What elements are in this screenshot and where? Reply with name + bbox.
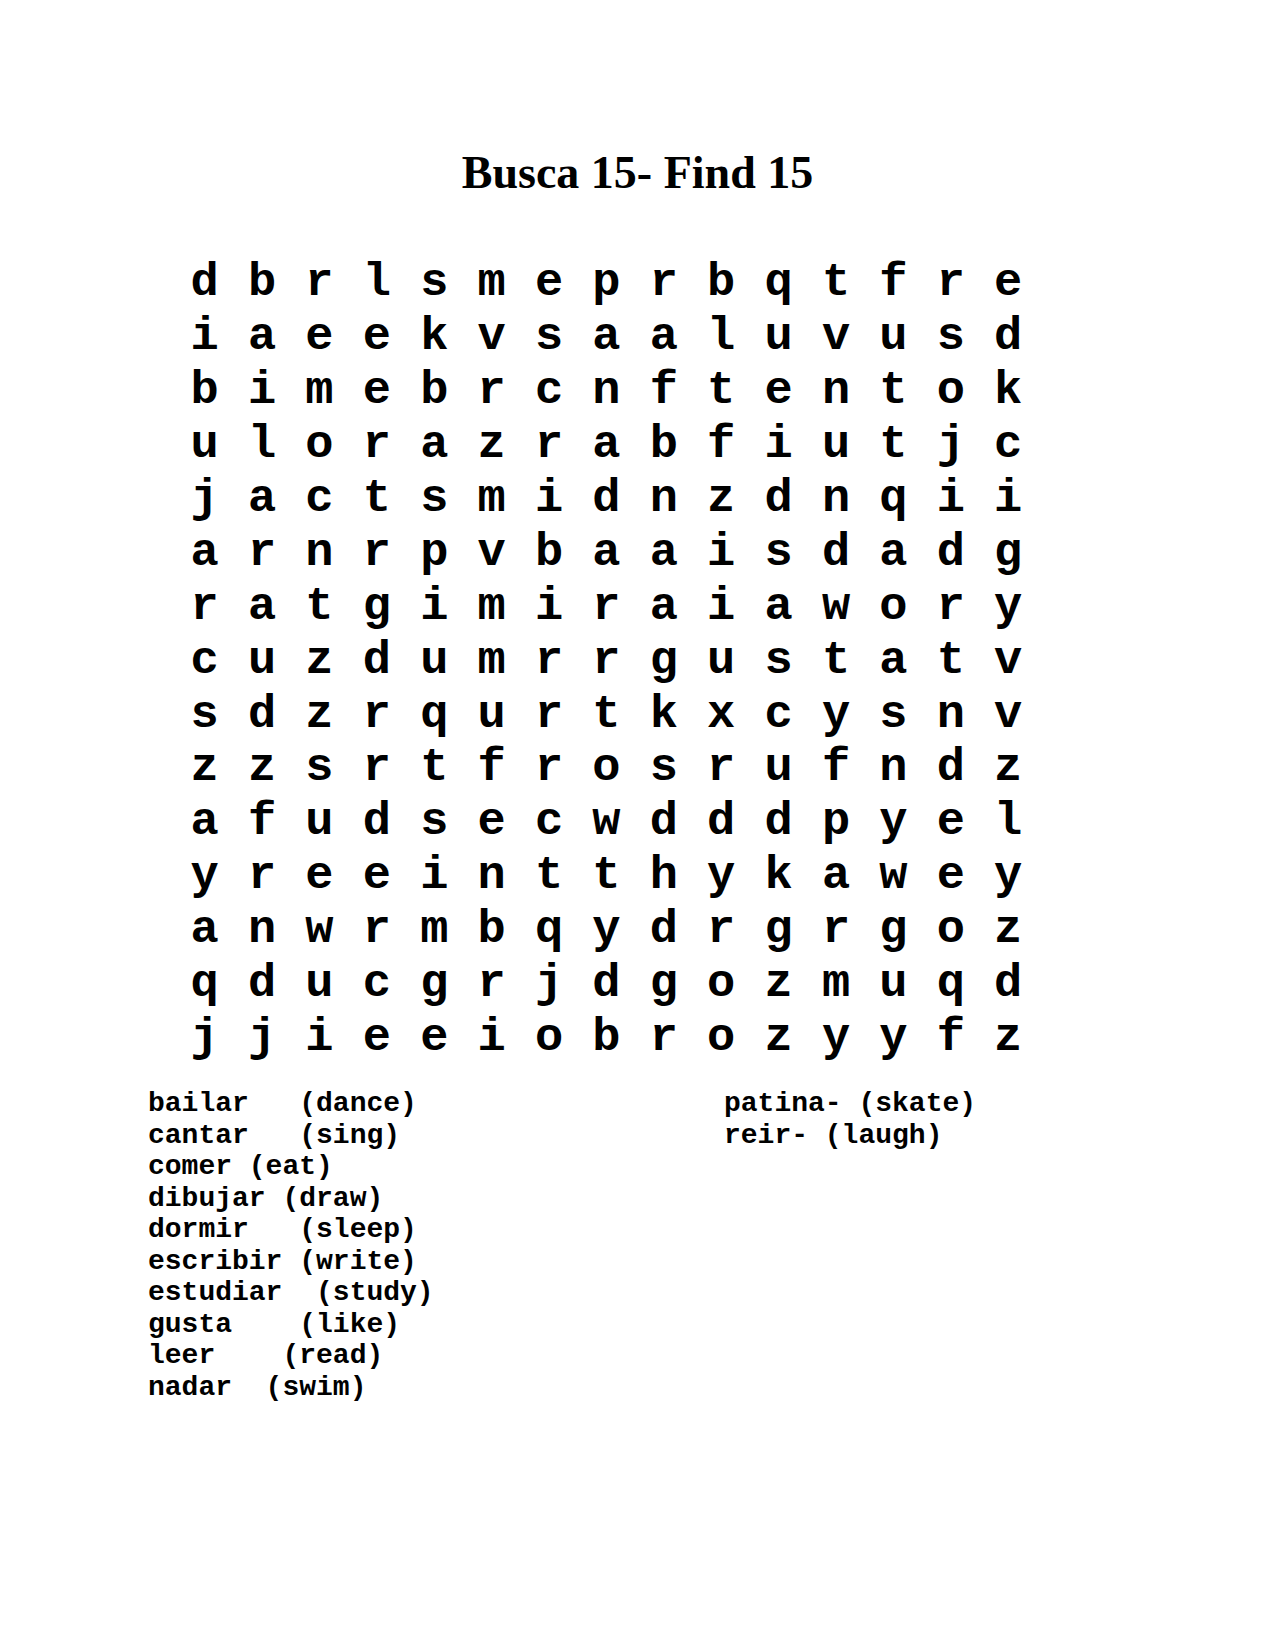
- grid-cell-r10c5[interactable]: t: [406, 741, 463, 795]
- grid-cell-r9c6[interactable]: u: [463, 687, 520, 741]
- grid-cell-r9c10[interactable]: x: [693, 687, 750, 741]
- grid-cell-r11c8[interactable]: w: [578, 795, 635, 849]
- grid-cell-r7c2[interactable]: a: [233, 579, 290, 633]
- grid-cell-r2c2[interactable]: a: [233, 310, 290, 364]
- grid-cell-r4c9[interactable]: b: [635, 418, 692, 472]
- grid-cell-r3c9[interactable]: f: [635, 364, 692, 418]
- grid-cell-r11c2[interactable]: f: [233, 795, 290, 849]
- grid-cell-r15c10[interactable]: o: [693, 1010, 750, 1064]
- grid-cell-r12c15[interactable]: y: [979, 849, 1036, 903]
- grid-cell-r11c1[interactable]: a: [176, 795, 233, 849]
- grid-cell-r15c11[interactable]: z: [750, 1010, 807, 1064]
- grid-cell-r10c1[interactable]: z: [176, 741, 233, 795]
- grid-cell-r1c12[interactable]: t: [807, 256, 864, 310]
- grid-cell-r11c13[interactable]: y: [865, 795, 922, 849]
- grid-cell-r12c5[interactable]: i: [406, 849, 463, 903]
- grid-cell-r2c13[interactable]: u: [865, 310, 922, 364]
- word-item-reir: reir- (laugh): [724, 1120, 976, 1152]
- grid-cell-r8c7[interactable]: r: [520, 633, 577, 687]
- grid-cell-r6c8[interactable]: a: [578, 525, 635, 579]
- grid-cell-r5c15[interactable]: i: [979, 472, 1036, 526]
- word-item-gusta: gusta (like): [148, 1309, 434, 1341]
- word-item-patina: patina- (skate): [724, 1088, 976, 1120]
- grid-cell-r8c12[interactable]: t: [807, 633, 864, 687]
- grid-cell-r5c14[interactable]: i: [922, 472, 979, 526]
- grid-cell-r8c15[interactable]: v: [979, 633, 1036, 687]
- grid-cell-r8c6[interactable]: m: [463, 633, 520, 687]
- grid-cell-r6c7[interactable]: b: [520, 525, 577, 579]
- grid-cell-r6c14[interactable]: d: [922, 525, 979, 579]
- grid-cell-r13c5[interactable]: m: [406, 903, 463, 957]
- grid-cell-r2c8[interactable]: a: [578, 310, 635, 364]
- grid-cell-r7c10[interactable]: i: [693, 579, 750, 633]
- grid-cell-r9c12[interactable]: y: [807, 687, 864, 741]
- grid-cell-r11c14[interactable]: e: [922, 795, 979, 849]
- grid-cell-r8c10[interactable]: u: [693, 633, 750, 687]
- grid-cell-r12c3[interactable]: e: [291, 849, 348, 903]
- grid-cell-r5c2[interactable]: a: [233, 472, 290, 526]
- grid-cell-r15c5[interactable]: e: [406, 1010, 463, 1064]
- grid-cell-r1c9[interactable]: r: [635, 256, 692, 310]
- grid-cell-r14c7[interactable]: j: [520, 957, 577, 1011]
- grid-cell-r6c3[interactable]: n: [291, 525, 348, 579]
- word-item-dormir: dormir (sleep): [148, 1214, 434, 1246]
- grid-cell-r6c15[interactable]: g: [979, 525, 1036, 579]
- grid-cell-r15c13[interactable]: y: [865, 1010, 922, 1064]
- grid-cell-r8c3[interactable]: z: [291, 633, 348, 687]
- grid-cell-r15c6[interactable]: i: [463, 1010, 520, 1064]
- grid-cell-r1c5[interactable]: s: [406, 256, 463, 310]
- grid-cell-r3c5[interactable]: b: [406, 364, 463, 418]
- grid-cell-r11c9[interactable]: d: [635, 795, 692, 849]
- grid-cell-r13c4[interactable]: r: [348, 903, 405, 957]
- grid-cell-r11c3[interactable]: u: [291, 795, 348, 849]
- grid-cell-r6c11[interactable]: s: [750, 525, 807, 579]
- grid-cell-r12c1[interactable]: y: [176, 849, 233, 903]
- word-search-grid[interactable]: dbrlsmeprbqtfreiaeekvsaaluvusdbimebrcnft…: [176, 256, 1037, 1064]
- grid-cell-r4c11[interactable]: i: [750, 418, 807, 472]
- grid-cell-r5c7[interactable]: i: [520, 472, 577, 526]
- grid-cell-r13c1[interactable]: a: [176, 903, 233, 957]
- grid-cell-r3c10[interactable]: t: [693, 364, 750, 418]
- grid-cell-r1c6[interactable]: m: [463, 256, 520, 310]
- grid-cell-r13c11[interactable]: g: [750, 903, 807, 957]
- grid-cell-r3c4[interactable]: e: [348, 364, 405, 418]
- grid-cell-r13c2[interactable]: n: [233, 903, 290, 957]
- grid-cell-r4c10[interactable]: f: [693, 418, 750, 472]
- grid-cell-r14c14[interactable]: q: [922, 957, 979, 1011]
- grid-cell-r5c12[interactable]: n: [807, 472, 864, 526]
- grid-cell-r1c1[interactable]: d: [176, 256, 233, 310]
- grid-cell-r9c11[interactable]: c: [750, 687, 807, 741]
- grid-cell-r3c3[interactable]: m: [291, 364, 348, 418]
- grid-cell-r13c9[interactable]: d: [635, 903, 692, 957]
- grid-cell-r10c8[interactable]: o: [578, 741, 635, 795]
- grid-cell-r6c9[interactable]: a: [635, 525, 692, 579]
- grid-cell-r3c2[interactable]: i: [233, 364, 290, 418]
- grid-cell-r11c11[interactable]: d: [750, 795, 807, 849]
- grid-cell-r5c5[interactable]: s: [406, 472, 463, 526]
- grid-cell-r5c6[interactable]: m: [463, 472, 520, 526]
- grid-cell-r12c10[interactable]: y: [693, 849, 750, 903]
- grid-cell-r13c10[interactable]: r: [693, 903, 750, 957]
- grid-cell-r10c2[interactable]: z: [233, 741, 290, 795]
- grid-cell-r10c12[interactable]: f: [807, 741, 864, 795]
- grid-cell-r11c12[interactable]: p: [807, 795, 864, 849]
- grid-cell-r12c2[interactable]: r: [233, 849, 290, 903]
- grid-cell-r15c15[interactable]: z: [979, 1010, 1036, 1064]
- grid-cell-r4c8[interactable]: a: [578, 418, 635, 472]
- grid-cell-r14c15[interactable]: d: [979, 957, 1036, 1011]
- grid-cell-r2c12[interactable]: v: [807, 310, 864, 364]
- grid-cell-r5c8[interactable]: d: [578, 472, 635, 526]
- grid-cell-r4c6[interactable]: z: [463, 418, 520, 472]
- grid-cell-r1c3[interactable]: r: [291, 256, 348, 310]
- grid-cell-r15c3[interactable]: i: [291, 1010, 348, 1064]
- grid-cell-r3c15[interactable]: k: [979, 364, 1036, 418]
- grid-cell-r2c14[interactable]: s: [922, 310, 979, 364]
- grid-cell-r3c6[interactable]: r: [463, 364, 520, 418]
- grid-cell-r2c15[interactable]: d: [979, 310, 1036, 364]
- grid-cell-r2c11[interactable]: u: [750, 310, 807, 364]
- grid-cell-r1c14[interactable]: r: [922, 256, 979, 310]
- grid-cell-r2c4[interactable]: e: [348, 310, 405, 364]
- word-item-estudiar: estudiar (study): [148, 1277, 434, 1309]
- word-item-nadar: nadar (swim): [148, 1372, 434, 1404]
- grid-cell-r7c14[interactable]: r: [922, 579, 979, 633]
- grid-cell-r9c2[interactable]: d: [233, 687, 290, 741]
- grid-cell-r10c9[interactable]: s: [635, 741, 692, 795]
- grid-cell-r6c10[interactable]: i: [693, 525, 750, 579]
- grid-cell-r12c12[interactable]: a: [807, 849, 864, 903]
- grid-cell-r7c9[interactable]: a: [635, 579, 692, 633]
- grid-cell-r8c4[interactable]: d: [348, 633, 405, 687]
- word-item-comer: comer (eat): [148, 1151, 434, 1183]
- grid-cell-r8c9[interactable]: g: [635, 633, 692, 687]
- word-item-cantar: cantar (sing): [148, 1120, 434, 1152]
- grid-cell-r13c3[interactable]: w: [291, 903, 348, 957]
- grid-cell-r5c3[interactable]: c: [291, 472, 348, 526]
- grid-cell-r7c6[interactable]: m: [463, 579, 520, 633]
- grid-cell-r15c4[interactable]: e: [348, 1010, 405, 1064]
- grid-cell-r14c2[interactable]: d: [233, 957, 290, 1011]
- grid-cell-r5c13[interactable]: q: [865, 472, 922, 526]
- grid-cell-r6c6[interactable]: v: [463, 525, 520, 579]
- grid-cell-r4c3[interactable]: o: [291, 418, 348, 472]
- grid-cell-r7c7[interactable]: i: [520, 579, 577, 633]
- grid-cell-r14c3[interactable]: u: [291, 957, 348, 1011]
- grid-cell-r1c15[interactable]: e: [979, 256, 1036, 310]
- grid-cell-r12c6[interactable]: n: [463, 849, 520, 903]
- grid-cell-r11c7[interactable]: c: [520, 795, 577, 849]
- grid-cell-r7c15[interactable]: y: [979, 579, 1036, 633]
- grid-cell-r13c6[interactable]: b: [463, 903, 520, 957]
- grid-cell-r15c8[interactable]: b: [578, 1010, 635, 1064]
- grid-cell-r13c8[interactable]: y: [578, 903, 635, 957]
- grid-cell-r4c15[interactable]: c: [979, 418, 1036, 472]
- grid-cell-r11c15[interactable]: l: [979, 795, 1036, 849]
- grid-cell-r14c9[interactable]: g: [635, 957, 692, 1011]
- grid-cell-r7c3[interactable]: t: [291, 579, 348, 633]
- grid-cell-r14c4[interactable]: c: [348, 957, 405, 1011]
- grid-cell-r6c4[interactable]: r: [348, 525, 405, 579]
- grid-cell-r12c11[interactable]: k: [750, 849, 807, 903]
- grid-cell-r8c11[interactable]: s: [750, 633, 807, 687]
- grid-cell-r7c1[interactable]: r: [176, 579, 233, 633]
- grid-cell-r6c2[interactable]: r: [233, 525, 290, 579]
- grid-cell-r12c14[interactable]: e: [922, 849, 979, 903]
- grid-cell-r3c8[interactable]: n: [578, 364, 635, 418]
- grid-cell-r2c10[interactable]: l: [693, 310, 750, 364]
- grid-cell-r9c8[interactable]: t: [578, 687, 635, 741]
- grid-cell-r6c5[interactable]: p: [406, 525, 463, 579]
- grid-cell-r11c4[interactable]: d: [348, 795, 405, 849]
- grid-cell-r3c11[interactable]: e: [750, 364, 807, 418]
- grid-cell-r4c7[interactable]: r: [520, 418, 577, 472]
- grid-cell-r1c2[interactable]: b: [233, 256, 290, 310]
- grid-cell-r3c14[interactable]: o: [922, 364, 979, 418]
- grid-cell-r8c5[interactable]: u: [406, 633, 463, 687]
- word-item-dibujar: dibujar (draw): [148, 1183, 434, 1215]
- grid-cell-r2c3[interactable]: e: [291, 310, 348, 364]
- grid-cell-r6c1[interactable]: a: [176, 525, 233, 579]
- grid-cell-r7c11[interactable]: a: [750, 579, 807, 633]
- grid-cell-r13c13[interactable]: g: [865, 903, 922, 957]
- grid-cell-r15c7[interactable]: o: [520, 1010, 577, 1064]
- grid-cell-r15c9[interactable]: r: [635, 1010, 692, 1064]
- word-list-right: patina- (skate) reir- (laugh): [724, 1088, 976, 1151]
- grid-cell-r14c12[interactable]: m: [807, 957, 864, 1011]
- grid-cell-r8c8[interactable]: r: [578, 633, 635, 687]
- grid-cell-r14c5[interactable]: g: [406, 957, 463, 1011]
- grid-cell-r14c1[interactable]: q: [176, 957, 233, 1011]
- grid-cell-r2c1[interactable]: i: [176, 310, 233, 364]
- grid-cell-r12c4[interactable]: e: [348, 849, 405, 903]
- grid-cell-r1c10[interactable]: b: [693, 256, 750, 310]
- grid-cell-r4c4[interactable]: r: [348, 418, 405, 472]
- grid-cell-r10c7[interactable]: r: [520, 741, 577, 795]
- grid-cell-r5c4[interactable]: t: [348, 472, 405, 526]
- grid-cell-r7c8[interactable]: r: [578, 579, 635, 633]
- page-title: Busca 15- Find 15: [0, 148, 1275, 199]
- grid-cell-r9c4[interactable]: r: [348, 687, 405, 741]
- grid-cell-r4c2[interactable]: l: [233, 418, 290, 472]
- grid-cell-r14c11[interactable]: z: [750, 957, 807, 1011]
- word-item-leer: leer (read): [148, 1340, 434, 1372]
- word-list-left: bailar (dance) cantar (sing) comer (eat)…: [148, 1088, 434, 1403]
- grid-cell-r13c7[interactable]: q: [520, 903, 577, 957]
- word-item-escribir: escribir (write): [148, 1246, 434, 1278]
- grid-cell-r13c12[interactable]: r: [807, 903, 864, 957]
- grid-cell-r9c9[interactable]: k: [635, 687, 692, 741]
- grid-cell-r11c10[interactable]: d: [693, 795, 750, 849]
- grid-cell-r4c14[interactable]: j: [922, 418, 979, 472]
- grid-cell-r1c13[interactable]: f: [865, 256, 922, 310]
- grid-cell-r15c2[interactable]: j: [233, 1010, 290, 1064]
- grid-cell-r11c6[interactable]: e: [463, 795, 520, 849]
- grid-cell-r12c7[interactable]: t: [520, 849, 577, 903]
- grid-cell-r3c12[interactable]: n: [807, 364, 864, 418]
- grid-cell-r14c6[interactable]: r: [463, 957, 520, 1011]
- grid-cell-r3c13[interactable]: t: [865, 364, 922, 418]
- grid-cell-r10c11[interactable]: u: [750, 741, 807, 795]
- grid-cell-r4c13[interactable]: t: [865, 418, 922, 472]
- grid-cell-r8c1[interactable]: c: [176, 633, 233, 687]
- grid-cell-r2c7[interactable]: s: [520, 310, 577, 364]
- grid-cell-r4c1[interactable]: u: [176, 418, 233, 472]
- grid-cell-r4c12[interactable]: u: [807, 418, 864, 472]
- grid-cell-r1c11[interactable]: q: [750, 256, 807, 310]
- grid-cell-r5c9[interactable]: n: [635, 472, 692, 526]
- grid-cell-r9c15[interactable]: v: [979, 687, 1036, 741]
- grid-cell-r10c4[interactable]: r: [348, 741, 405, 795]
- grid-cell-r10c6[interactable]: f: [463, 741, 520, 795]
- grid-cell-r13c14[interactable]: o: [922, 903, 979, 957]
- grid-cell-r11c5[interactable]: s: [406, 795, 463, 849]
- grid-cell-r6c12[interactable]: d: [807, 525, 864, 579]
- grid-cell-r5c1[interactable]: j: [176, 472, 233, 526]
- grid-cell-r9c13[interactable]: s: [865, 687, 922, 741]
- grid-cell-r12c13[interactable]: w: [865, 849, 922, 903]
- grid-cell-r6c13[interactable]: a: [865, 525, 922, 579]
- grid-cell-r10c15[interactable]: z: [979, 741, 1036, 795]
- grid-cell-r2c6[interactable]: v: [463, 310, 520, 364]
- grid-cell-r1c8[interactable]: p: [578, 256, 635, 310]
- grid-cell-r9c3[interactable]: z: [291, 687, 348, 741]
- grid-cell-r14c10[interactable]: o: [693, 957, 750, 1011]
- grid-cell-r10c14[interactable]: d: [922, 741, 979, 795]
- grid-cell-r9c1[interactable]: s: [176, 687, 233, 741]
- grid-cell-r3c1[interactable]: b: [176, 364, 233, 418]
- grid-cell-r8c14[interactable]: t: [922, 633, 979, 687]
- grid-cell-r2c5[interactable]: k: [406, 310, 463, 364]
- grid-cell-r9c7[interactable]: r: [520, 687, 577, 741]
- grid-cell-r7c13[interactable]: o: [865, 579, 922, 633]
- grid-cell-r13c15[interactable]: z: [979, 903, 1036, 957]
- grid-cell-r12c9[interactable]: h: [635, 849, 692, 903]
- grid-cell-r15c12[interactable]: y: [807, 1010, 864, 1064]
- grid-cell-r9c5[interactable]: q: [406, 687, 463, 741]
- grid-cell-r1c7[interactable]: e: [520, 256, 577, 310]
- grid-cell-r4c5[interactable]: a: [406, 418, 463, 472]
- grid-cell-r7c4[interactable]: g: [348, 579, 405, 633]
- grid-cell-r7c5[interactable]: i: [406, 579, 463, 633]
- grid-cell-r12c8[interactable]: t: [578, 849, 635, 903]
- grid-cell-r10c3[interactable]: s: [291, 741, 348, 795]
- grid-cell-r7c12[interactable]: w: [807, 579, 864, 633]
- grid-cell-r14c8[interactable]: d: [578, 957, 635, 1011]
- grid-cell-r9c14[interactable]: n: [922, 687, 979, 741]
- word-item-bailar: bailar (dance): [148, 1088, 434, 1120]
- grid-cell-r5c10[interactable]: z: [693, 472, 750, 526]
- grid-cell-r15c14[interactable]: f: [922, 1010, 979, 1064]
- grid-cell-r1c4[interactable]: l: [348, 256, 405, 310]
- grid-cell-r15c1[interactable]: j: [176, 1010, 233, 1064]
- worksheet-page: Busca 15- Find 15 dbrlsmeprbqtfreiaeekvs…: [0, 0, 1275, 1650]
- grid-cell-r5c11[interactable]: d: [750, 472, 807, 526]
- grid-cell-r3c7[interactable]: c: [520, 364, 577, 418]
- grid-cell-r2c9[interactable]: a: [635, 310, 692, 364]
- grid-cell-r8c2[interactable]: u: [233, 633, 290, 687]
- grid-cell-r14c13[interactable]: u: [865, 957, 922, 1011]
- grid-cell-r10c13[interactable]: n: [865, 741, 922, 795]
- grid-cell-r8c13[interactable]: a: [865, 633, 922, 687]
- grid-cell-r10c10[interactable]: r: [693, 741, 750, 795]
